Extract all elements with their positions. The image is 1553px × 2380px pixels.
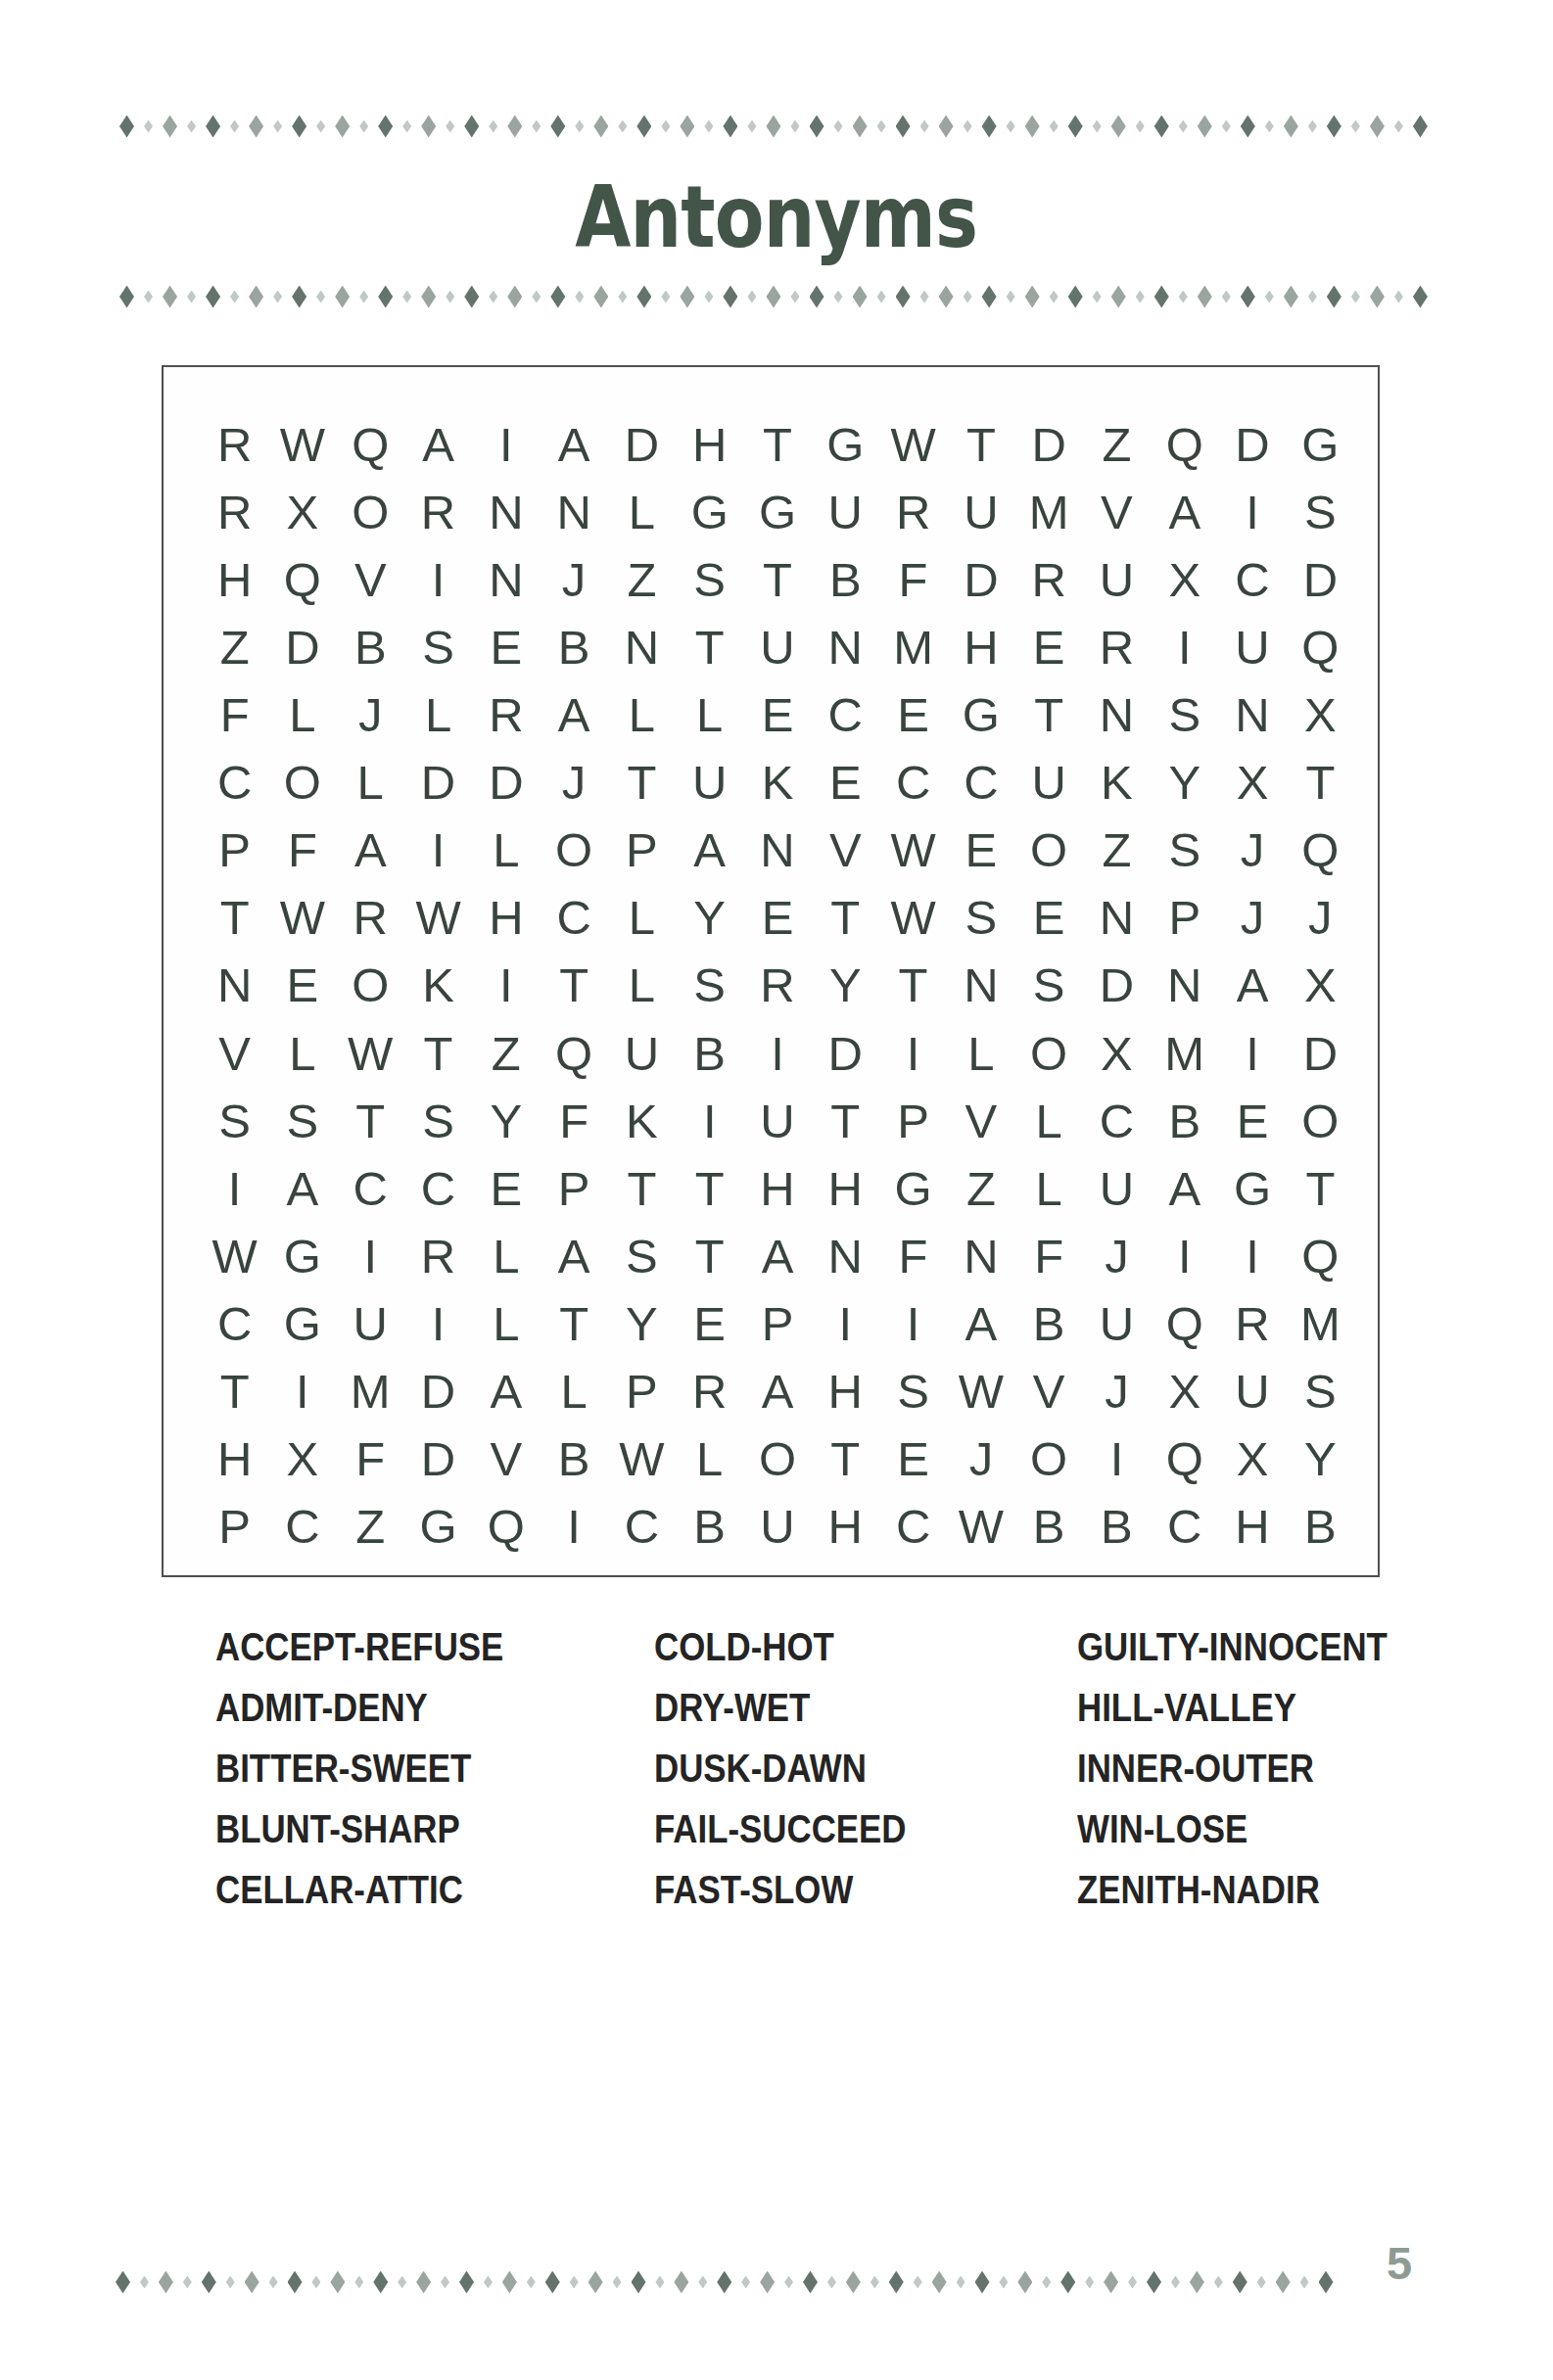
grid-cell-r16c5[interactable]: V (472, 1425, 540, 1493)
grid-cell-r6c15[interactable]: Y (1151, 749, 1218, 817)
grid-cell-r11c8[interactable]: I (676, 1088, 743, 1155)
grid-cell-r1c5[interactable]: I (472, 411, 540, 479)
grid-cell-r5c2[interactable]: L (268, 681, 336, 749)
grid-cell-r14c3[interactable]: U (337, 1290, 404, 1358)
word-list-item[interactable]: HILL-VALLEY (1077, 1677, 1388, 1738)
grid-cell-r2c10[interactable]: U (812, 479, 879, 546)
grid-cell-r17c3[interactable]: Z (337, 1493, 404, 1561)
grid-cell-r14c1[interactable]: C (201, 1290, 268, 1358)
grid-cell-r11c14[interactable]: C (1083, 1088, 1151, 1155)
grid-cell-r4c9[interactable]: U (743, 614, 811, 681)
grid-cell-r2c14[interactable]: V (1083, 479, 1151, 546)
grid-cell-r4c12[interactable]: H (947, 614, 1014, 681)
grid-cell-r4c3[interactable]: B (337, 614, 404, 681)
grid-cell-r1c7[interactable]: D (608, 411, 676, 479)
grid-cell-r11c12[interactable]: V (947, 1088, 1014, 1155)
grid-cell-r15c7[interactable]: P (608, 1358, 676, 1425)
grid-cell-r11c2[interactable]: S (268, 1088, 336, 1155)
grid-cell-r11c10[interactable]: T (812, 1088, 879, 1155)
grid-cell-r13c6[interactable]: A (540, 1223, 607, 1290)
grid-cell-r8c1[interactable]: T (201, 884, 268, 952)
grid-cell-r3c2[interactable]: Q (268, 546, 336, 614)
grid-cell-r16c14[interactable]: I (1083, 1425, 1151, 1493)
grid-cell-r15c11[interactable]: S (879, 1358, 947, 1425)
grid-cell-r5c9[interactable]: E (743, 681, 811, 749)
grid-cell-r7c4[interactable]: I (404, 817, 472, 884)
grid-cell-r15c16[interactable]: U (1218, 1358, 1286, 1425)
grid-cell-r16c16[interactable]: X (1218, 1425, 1286, 1493)
grid-cell-r17c17[interactable]: B (1287, 1493, 1354, 1561)
grid-cell-r2c11[interactable]: R (879, 479, 947, 546)
grid-cell-r9c3[interactable]: O (337, 952, 404, 1019)
grid-cell-r10c17[interactable]: D (1287, 1020, 1354, 1088)
grid-cell-r6c6[interactable]: J (540, 749, 607, 817)
word-list-item[interactable]: CELLAR-ATTIC (215, 1859, 503, 1920)
grid-cell-r4c16[interactable]: U (1218, 614, 1286, 681)
grid-cell-r14c5[interactable]: L (472, 1290, 540, 1358)
grid-cell-r3c8[interactable]: S (676, 546, 743, 614)
grid-cell-r3c3[interactable]: V (337, 546, 404, 614)
grid-cell-r9c15[interactable]: N (1151, 952, 1218, 1019)
grid-cell-r17c8[interactable]: B (676, 1493, 743, 1561)
grid-cell-r14c9[interactable]: P (743, 1290, 811, 1358)
grid-cell-r8c6[interactable]: C (540, 884, 607, 952)
grid-cell-r14c12[interactable]: A (947, 1290, 1014, 1358)
grid-cell-r1c10[interactable]: G (812, 411, 879, 479)
grid-cell-r12c5[interactable]: E (472, 1155, 540, 1223)
grid-cell-r6c2[interactable]: O (268, 749, 336, 817)
grid-cell-r14c14[interactable]: U (1083, 1290, 1151, 1358)
grid-cell-r7c13[interactable]: O (1015, 817, 1083, 884)
grid-cell-r14c11[interactable]: I (879, 1290, 947, 1358)
grid-cell-r16c3[interactable]: F (337, 1425, 404, 1493)
grid-cell-r16c1[interactable]: H (201, 1425, 268, 1493)
grid-cell-r9c5[interactable]: I (472, 952, 540, 1019)
grid-cell-r11c6[interactable]: F (540, 1088, 607, 1155)
grid-cell-r13c1[interactable]: W (201, 1223, 268, 1290)
grid-cell-r10c15[interactable]: M (1151, 1020, 1218, 1088)
grid-cell-r9c6[interactable]: T (540, 952, 607, 1019)
grid-cell-r6c8[interactable]: U (676, 749, 743, 817)
grid-cell-r15c5[interactable]: A (472, 1358, 540, 1425)
grid-cell-r10c10[interactable]: D (812, 1020, 879, 1088)
grid-cell-r17c6[interactable]: I (540, 1493, 607, 1561)
grid-cell-r4c17[interactable]: Q (1287, 614, 1354, 681)
grid-cell-r13c12[interactable]: N (947, 1223, 1014, 1290)
grid-cell-r2c17[interactable]: S (1287, 479, 1354, 546)
grid-cell-r7c8[interactable]: A (676, 817, 743, 884)
grid-cell-r12c16[interactable]: G (1218, 1155, 1286, 1223)
grid-cell-r1c8[interactable]: H (676, 411, 743, 479)
grid-cell-r3c11[interactable]: F (879, 546, 947, 614)
grid-cell-r14c17[interactable]: M (1287, 1290, 1354, 1358)
grid-cell-r2c5[interactable]: N (472, 479, 540, 546)
grid-cell-r10c14[interactable]: X (1083, 1020, 1151, 1088)
grid-cell-r17c2[interactable]: C (268, 1493, 336, 1561)
grid-cell-r6c4[interactable]: D (404, 749, 472, 817)
word-list-item[interactable]: INNER-OUTER (1077, 1738, 1388, 1798)
grid-cell-r9c12[interactable]: N (947, 952, 1014, 1019)
grid-cell-r2c2[interactable]: X (268, 479, 336, 546)
grid-cell-r5c7[interactable]: L (608, 681, 676, 749)
word-list-item[interactable]: BLUNT-SHARP (215, 1798, 503, 1859)
grid-cell-r3c17[interactable]: D (1287, 546, 1354, 614)
grid-cell-r16c2[interactable]: X (268, 1425, 336, 1493)
grid-cell-r8c2[interactable]: W (268, 884, 336, 952)
grid-cell-r9c1[interactable]: N (201, 952, 268, 1019)
grid-cell-r7c9[interactable]: N (743, 817, 811, 884)
grid-cell-r15c4[interactable]: D (404, 1358, 472, 1425)
word-list-item[interactable]: GUILTY-INNOCENT (1077, 1616, 1388, 1677)
grid-cell-r6c17[interactable]: T (1287, 749, 1354, 817)
grid-cell-r6c16[interactable]: X (1218, 749, 1286, 817)
grid-cell-r6c1[interactable]: C (201, 749, 268, 817)
grid-cell-r7c1[interactable]: P (201, 817, 268, 884)
grid-cell-r4c11[interactable]: M (879, 614, 947, 681)
grid-cell-r16c7[interactable]: W (608, 1425, 676, 1493)
grid-cell-r12c14[interactable]: U (1083, 1155, 1151, 1223)
grid-cell-r1c15[interactable]: Q (1151, 411, 1218, 479)
word-list-item[interactable]: DRY-WET (654, 1677, 907, 1738)
word-list-item[interactable]: COLD-HOT (654, 1616, 907, 1677)
word-list-item[interactable]: ACCEPT-REFUSE (215, 1616, 503, 1677)
grid-cell-r5c1[interactable]: F (201, 681, 268, 749)
grid-cell-r12c12[interactable]: Z (947, 1155, 1014, 1223)
grid-cell-r11c9[interactable]: U (743, 1088, 811, 1155)
grid-cell-r5c4[interactable]: L (404, 681, 472, 749)
grid-cell-r12c8[interactable]: T (676, 1155, 743, 1223)
grid-cell-r14c8[interactable]: E (676, 1290, 743, 1358)
word-list-item[interactable]: ADMIT-DENY (215, 1677, 503, 1738)
grid-cell-r10c1[interactable]: V (201, 1020, 268, 1088)
grid-cell-r13c8[interactable]: T (676, 1223, 743, 1290)
grid-cell-r1c4[interactable]: A (404, 411, 472, 479)
grid-cell-r16c9[interactable]: O (743, 1425, 811, 1493)
grid-cell-r2c13[interactable]: M (1015, 479, 1083, 546)
grid-cell-r13c15[interactable]: I (1151, 1223, 1218, 1290)
grid-cell-r15c12[interactable]: W (947, 1358, 1014, 1425)
grid-cell-r6c14[interactable]: K (1083, 749, 1151, 817)
grid-cell-r12c17[interactable]: T (1287, 1155, 1354, 1223)
grid-cell-r16c11[interactable]: E (879, 1425, 947, 1493)
grid-cell-r14c10[interactable]: I (812, 1290, 879, 1358)
grid-cell-r9c11[interactable]: T (879, 952, 947, 1019)
grid-cell-r12c15[interactable]: A (1151, 1155, 1218, 1223)
grid-cell-r4c10[interactable]: N (812, 614, 879, 681)
grid-cell-r2c7[interactable]: L (608, 479, 676, 546)
grid-cell-r3c9[interactable]: T (743, 546, 811, 614)
grid-cell-r16c13[interactable]: O (1015, 1425, 1083, 1493)
word-list-item[interactable]: DUSK-DAWN (654, 1738, 907, 1798)
grid-cell-r14c2[interactable]: G (268, 1290, 336, 1358)
grid-cell-r7c7[interactable]: P (608, 817, 676, 884)
grid-cell-r8c8[interactable]: Y (676, 884, 743, 952)
grid-cell-r2c3[interactable]: O (337, 479, 404, 546)
grid-cell-r13c9[interactable]: A (743, 1223, 811, 1290)
grid-cell-r5c12[interactable]: G (947, 681, 1014, 749)
grid-cell-r7c6[interactable]: O (540, 817, 607, 884)
grid-cell-r2c8[interactable]: G (676, 479, 743, 546)
grid-cell-r10c9[interactable]: I (743, 1020, 811, 1088)
grid-cell-r6c3[interactable]: L (337, 749, 404, 817)
grid-cell-r4c5[interactable]: E (472, 614, 540, 681)
grid-cell-r13c5[interactable]: L (472, 1223, 540, 1290)
grid-cell-r10c12[interactable]: L (947, 1020, 1014, 1088)
grid-cell-r14c7[interactable]: Y (608, 1290, 676, 1358)
grid-cell-r12c1[interactable]: I (201, 1155, 268, 1223)
grid-cell-r1c16[interactable]: D (1218, 411, 1286, 479)
grid-cell-r5c5[interactable]: R (472, 681, 540, 749)
grid-cell-r1c11[interactable]: W (879, 411, 947, 479)
grid-cell-r3c6[interactable]: J (540, 546, 607, 614)
grid-cell-r5c3[interactable]: J (337, 681, 404, 749)
grid-cell-r11c1[interactable]: S (201, 1088, 268, 1155)
grid-cell-r9c16[interactable]: A (1218, 952, 1286, 1019)
grid-cell-r15c10[interactable]: H (812, 1358, 879, 1425)
grid-cell-r13c11[interactable]: F (879, 1223, 947, 1290)
grid-cell-r13c4[interactable]: R (404, 1223, 472, 1290)
grid-cell-r10c8[interactable]: B (676, 1020, 743, 1088)
grid-cell-r11c4[interactable]: S (404, 1088, 472, 1155)
grid-cell-r17c1[interactable]: P (201, 1493, 268, 1561)
grid-cell-r5c10[interactable]: C (812, 681, 879, 749)
grid-cell-r1c13[interactable]: D (1015, 411, 1083, 479)
grid-cell-r8c12[interactable]: S (947, 884, 1014, 952)
grid-cell-r5c16[interactable]: N (1218, 681, 1286, 749)
grid-cell-r4c15[interactable]: I (1151, 614, 1218, 681)
grid-cell-r4c8[interactable]: T (676, 614, 743, 681)
grid-cell-r4c2[interactable]: D (268, 614, 336, 681)
grid-cell-r3c4[interactable]: I (404, 546, 472, 614)
grid-cell-r7c15[interactable]: S (1151, 817, 1218, 884)
grid-cell-r8c16[interactable]: J (1218, 884, 1286, 952)
grid-cell-r8c14[interactable]: N (1083, 884, 1151, 952)
grid-cell-r10c16[interactable]: I (1218, 1020, 1286, 1088)
grid-cell-r3c15[interactable]: X (1151, 546, 1218, 614)
grid-cell-r14c13[interactable]: B (1015, 1290, 1083, 1358)
grid-cell-r12c9[interactable]: H (743, 1155, 811, 1223)
grid-cell-r16c6[interactable]: B (540, 1425, 607, 1493)
grid-cell-r7c2[interactable]: F (268, 817, 336, 884)
word-list-item[interactable]: FAIL-SUCCEED (654, 1798, 907, 1859)
grid-cell-r6c12[interactable]: C (947, 749, 1014, 817)
grid-cell-r15c1[interactable]: T (201, 1358, 268, 1425)
grid-cell-r7c16[interactable]: J (1218, 817, 1286, 884)
grid-cell-r11c17[interactable]: O (1287, 1088, 1354, 1155)
grid-cell-r3c1[interactable]: H (201, 546, 268, 614)
grid-cell-r5c8[interactable]: L (676, 681, 743, 749)
grid-cell-r16c15[interactable]: Q (1151, 1425, 1218, 1493)
grid-cell-r15c3[interactable]: M (337, 1358, 404, 1425)
grid-cell-r17c13[interactable]: B (1015, 1493, 1083, 1561)
grid-cell-r12c13[interactable]: L (1015, 1155, 1083, 1223)
grid-cell-r9c13[interactable]: S (1015, 952, 1083, 1019)
grid-cell-r8c4[interactable]: W (404, 884, 472, 952)
grid-cell-r8c10[interactable]: T (812, 884, 879, 952)
grid-cell-r3c12[interactable]: D (947, 546, 1014, 614)
grid-cell-r9c14[interactable]: D (1083, 952, 1151, 1019)
grid-cell-r9c9[interactable]: R (743, 952, 811, 1019)
grid-cell-r4c7[interactable]: N (608, 614, 676, 681)
grid-cell-r12c4[interactable]: C (404, 1155, 472, 1223)
grid-cell-r8c17[interactable]: J (1287, 884, 1354, 952)
grid-cell-r12c6[interactable]: P (540, 1155, 607, 1223)
grid-cell-r16c12[interactable]: J (947, 1425, 1014, 1493)
grid-cell-r12c7[interactable]: T (608, 1155, 676, 1223)
grid-cell-r1c14[interactable]: Z (1083, 411, 1151, 479)
grid-cell-r15c6[interactable]: L (540, 1358, 607, 1425)
grid-cell-r8c11[interactable]: W (879, 884, 947, 952)
grid-cell-r5c15[interactable]: S (1151, 681, 1218, 749)
grid-cell-r7c12[interactable]: E (947, 817, 1014, 884)
grid-cell-r10c5[interactable]: Z (472, 1020, 540, 1088)
grid-cell-r7c14[interactable]: Z (1083, 817, 1151, 884)
grid-cell-r15c8[interactable]: R (676, 1358, 743, 1425)
grid-cell-r17c12[interactable]: W (947, 1493, 1014, 1561)
grid-cell-r12c3[interactable]: C (337, 1155, 404, 1223)
grid-cell-r4c14[interactable]: R (1083, 614, 1151, 681)
grid-cell-r10c2[interactable]: L (268, 1020, 336, 1088)
grid-cell-r16c10[interactable]: T (812, 1425, 879, 1493)
grid-cell-r6c13[interactable]: U (1015, 749, 1083, 817)
grid-cell-r6c7[interactable]: T (608, 749, 676, 817)
grid-cell-r4c4[interactable]: S (404, 614, 472, 681)
grid-cell-r8c5[interactable]: H (472, 884, 540, 952)
grid-cell-r1c9[interactable]: T (743, 411, 811, 479)
grid-cell-r15c9[interactable]: A (743, 1358, 811, 1425)
grid-cell-r5c6[interactable]: A (540, 681, 607, 749)
grid-cell-r17c7[interactable]: C (608, 1493, 676, 1561)
grid-cell-r5c13[interactable]: T (1015, 681, 1083, 749)
grid-cell-r17c16[interactable]: H (1218, 1493, 1286, 1561)
grid-cell-r11c11[interactable]: P (879, 1088, 947, 1155)
grid-cell-r11c16[interactable]: E (1218, 1088, 1286, 1155)
grid-cell-r1c17[interactable]: G (1287, 411, 1354, 479)
grid-cell-r8c15[interactable]: P (1151, 884, 1218, 952)
grid-cell-r13c16[interactable]: I (1218, 1223, 1286, 1290)
grid-cell-r7c11[interactable]: W (879, 817, 947, 884)
grid-cell-r5c11[interactable]: E (879, 681, 947, 749)
grid-cell-r9c7[interactable]: L (608, 952, 676, 1019)
grid-cell-r2c4[interactable]: R (404, 479, 472, 546)
grid-cell-r11c7[interactable]: K (608, 1088, 676, 1155)
grid-cell-r2c1[interactable]: R (201, 479, 268, 546)
grid-cell-r11c3[interactable]: T (337, 1088, 404, 1155)
grid-cell-r9c4[interactable]: K (404, 952, 472, 1019)
grid-cell-r17c4[interactable]: G (404, 1493, 472, 1561)
grid-cell-r6c9[interactable]: K (743, 749, 811, 817)
grid-cell-r2c12[interactable]: U (947, 479, 1014, 546)
grid-cell-r8c9[interactable]: E (743, 884, 811, 952)
grid-cell-r3c7[interactable]: Z (608, 546, 676, 614)
grid-cell-r15c17[interactable]: S (1287, 1358, 1354, 1425)
grid-cell-r15c2[interactable]: I (268, 1358, 336, 1425)
word-list-item[interactable]: ZENITH-NADIR (1077, 1859, 1388, 1920)
grid-cell-r13c17[interactable]: Q (1287, 1223, 1354, 1290)
grid-cell-r6c11[interactable]: C (879, 749, 947, 817)
grid-cell-r10c7[interactable]: U (608, 1020, 676, 1088)
grid-cell-r8c7[interactable]: L (608, 884, 676, 952)
grid-cell-r4c1[interactable]: Z (201, 614, 268, 681)
grid-cell-r9c10[interactable]: Y (812, 952, 879, 1019)
grid-cell-r9c17[interactable]: X (1287, 952, 1354, 1019)
grid-cell-r4c6[interactable]: B (540, 614, 607, 681)
grid-cell-r6c5[interactable]: D (472, 749, 540, 817)
grid-cell-r5c17[interactable]: X (1287, 681, 1354, 749)
grid-cell-r10c3[interactable]: W (337, 1020, 404, 1088)
grid-cell-r11c15[interactable]: B (1151, 1088, 1218, 1155)
grid-cell-r13c10[interactable]: N (812, 1223, 879, 1290)
grid-cell-r13c3[interactable]: I (337, 1223, 404, 1290)
grid-cell-r16c8[interactable]: L (676, 1425, 743, 1493)
grid-cell-r13c14[interactable]: J (1083, 1223, 1151, 1290)
grid-cell-r17c9[interactable]: U (743, 1493, 811, 1561)
grid-cell-r12c11[interactable]: G (879, 1155, 947, 1223)
grid-cell-r11c13[interactable]: L (1015, 1088, 1083, 1155)
grid-cell-r14c4[interactable]: I (404, 1290, 472, 1358)
grid-cell-r16c17[interactable]: Y (1287, 1425, 1354, 1493)
grid-cell-r10c11[interactable]: I (879, 1020, 947, 1088)
grid-cell-r14c16[interactable]: R (1218, 1290, 1286, 1358)
word-list-item[interactable]: FAST-SLOW (654, 1859, 907, 1920)
grid-cell-r4c13[interactable]: E (1015, 614, 1083, 681)
grid-cell-r17c15[interactable]: C (1151, 1493, 1218, 1561)
grid-cell-r10c6[interactable]: Q (540, 1020, 607, 1088)
grid-cell-r6c10[interactable]: E (812, 749, 879, 817)
grid-cell-r2c16[interactable]: I (1218, 479, 1286, 546)
grid-cell-r1c1[interactable]: R (201, 411, 268, 479)
grid-cell-r5c14[interactable]: N (1083, 681, 1151, 749)
grid-cell-r8c3[interactable]: R (337, 884, 404, 952)
grid-cell-r15c14[interactable]: J (1083, 1358, 1151, 1425)
grid-cell-r7c5[interactable]: L (472, 817, 540, 884)
grid-cell-r3c13[interactable]: R (1015, 546, 1083, 614)
grid-cell-r17c10[interactable]: H (812, 1493, 879, 1561)
grid-cell-r1c3[interactable]: Q (337, 411, 404, 479)
grid-cell-r3c14[interactable]: U (1083, 546, 1151, 614)
grid-cell-r1c12[interactable]: T (947, 411, 1014, 479)
grid-cell-r3c10[interactable]: B (812, 546, 879, 614)
grid-cell-r12c10[interactable]: H (812, 1155, 879, 1223)
grid-cell-r3c16[interactable]: C (1218, 546, 1286, 614)
grid-cell-r1c2[interactable]: W (268, 411, 336, 479)
grid-cell-r7c10[interactable]: V (812, 817, 879, 884)
grid-cell-r7c17[interactable]: Q (1287, 817, 1354, 884)
grid-cell-r2c9[interactable]: G (743, 479, 811, 546)
grid-cell-r14c6[interactable]: T (540, 1290, 607, 1358)
grid-cell-r15c13[interactable]: V (1015, 1358, 1083, 1425)
grid-cell-r3c5[interactable]: N (472, 546, 540, 614)
grid-cell-r17c14[interactable]: B (1083, 1493, 1151, 1561)
grid-cell-r2c6[interactable]: N (540, 479, 607, 546)
grid-cell-r1c6[interactable]: A (540, 411, 607, 479)
grid-cell-r13c7[interactable]: S (608, 1223, 676, 1290)
grid-cell-r10c4[interactable]: T (404, 1020, 472, 1088)
word-list-item[interactable]: WIN-LOSE (1077, 1798, 1388, 1859)
grid-cell-r16c4[interactable]: D (404, 1425, 472, 1493)
grid-cell-r7c3[interactable]: A (337, 817, 404, 884)
grid-cell-r11c5[interactable]: Y (472, 1088, 540, 1155)
grid-cell-r2c15[interactable]: A (1151, 479, 1218, 546)
grid-cell-r10c13[interactable]: O (1015, 1020, 1083, 1088)
grid-cell-r9c2[interactable]: E (268, 952, 336, 1019)
grid-cell-r15c15[interactable]: X (1151, 1358, 1218, 1425)
grid-cell-r13c2[interactable]: G (268, 1223, 336, 1290)
grid-cell-r13c13[interactable]: F (1015, 1223, 1083, 1290)
grid-cell-r17c5[interactable]: Q (472, 1493, 540, 1561)
word-list-item[interactable]: BITTER-SWEET (215, 1738, 503, 1798)
grid-cell-r17c11[interactable]: C (879, 1493, 947, 1561)
